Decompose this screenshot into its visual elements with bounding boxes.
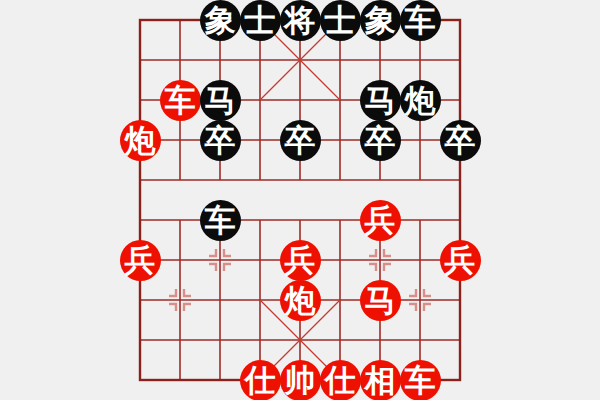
piece-black-advisor[interactable]: 士 [240, 0, 281, 41]
piece-red-chariot[interactable]: 车 [160, 80, 201, 121]
piece-black-elephant[interactable]: 象 [360, 0, 401, 41]
piece-red-soldier[interactable]: 兵 [280, 240, 321, 281]
piece-black-chariot[interactable]: 车 [200, 200, 241, 241]
piece-red-advisor[interactable]: 仕 [320, 360, 361, 400]
piece-black-advisor[interactable]: 士 [320, 0, 361, 41]
piece-black-cannon[interactable]: 炮 [400, 80, 441, 121]
piece-red-horse[interactable]: 马 [360, 280, 401, 321]
piece-black-horse[interactable]: 马 [200, 80, 241, 121]
piece-black-soldier[interactable]: 卒 [280, 120, 321, 161]
piece-black-chariot[interactable]: 车 [400, 0, 441, 41]
xiangqi-board: 象士将士象车车马马炮炮卒卒卒卒车兵兵兵兵炮马仕帅仕相车 [0, 0, 600, 400]
piece-red-soldier[interactable]: 兵 [360, 200, 401, 241]
piece-red-soldier[interactable]: 兵 [440, 240, 481, 281]
piece-black-soldier[interactable]: 卒 [440, 120, 481, 161]
piece-black-soldier[interactable]: 卒 [200, 120, 241, 161]
piece-red-soldier[interactable]: 兵 [120, 240, 161, 281]
piece-red-advisor[interactable]: 仕 [240, 360, 281, 400]
piece-red-elephant[interactable]: 相 [360, 360, 401, 400]
piece-black-soldier[interactable]: 卒 [360, 120, 401, 161]
piece-black-horse[interactable]: 马 [360, 80, 401, 121]
piece-red-cannon[interactable]: 炮 [280, 280, 321, 321]
piece-black-elephant[interactable]: 象 [200, 0, 241, 41]
piece-black-general[interactable]: 将 [280, 0, 321, 41]
piece-red-cannon[interactable]: 炮 [120, 120, 161, 161]
piece-red-general[interactable]: 帅 [280, 360, 321, 400]
pieces-layer: 象士将士象车车马马炮炮卒卒卒卒车兵兵兵兵炮马仕帅仕相车 [120, 0, 480, 400]
piece-red-chariot[interactable]: 车 [400, 360, 441, 400]
